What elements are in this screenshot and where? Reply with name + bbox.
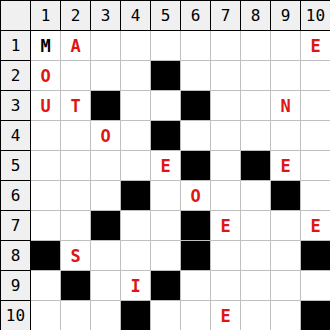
grid-cell-r2c9[interactable] <box>271 61 301 91</box>
grid-cell-r8c5[interactable] <box>151 241 181 271</box>
grid-cell-r5c9[interactable]: E <box>271 151 301 181</box>
grid-cell-r6c2[interactable] <box>61 181 91 211</box>
grid-cell-r9c4[interactable]: I <box>121 271 151 301</box>
block-cell-r2c5 <box>151 61 181 91</box>
grid-cell-r10c7[interactable]: E <box>211 301 241 330</box>
grid-cell-r7c5[interactable] <box>151 211 181 241</box>
grid-cell-r7c8[interactable] <box>241 211 271 241</box>
grid-cell-r8c3[interactable] <box>91 241 121 271</box>
block-cell-r7c3 <box>91 211 121 241</box>
block-cell-r10c10 <box>301 301 330 330</box>
row-header-2: 2 <box>1 61 31 91</box>
block-cell-r6c9 <box>271 181 301 211</box>
grid-cell-r8c4[interactable] <box>121 241 151 271</box>
grid-cell-r1c1[interactable]: M <box>31 31 61 61</box>
block-cell-r9c5 <box>151 271 181 301</box>
grid-cell-r2c6[interactable] <box>181 61 211 91</box>
grid-cell-r1c6[interactable] <box>181 31 211 61</box>
grid-cell-r6c7[interactable] <box>211 181 241 211</box>
grid-cell-r5c1[interactable] <box>31 151 61 181</box>
grid-cell-r1c10[interactable]: E <box>301 31 330 61</box>
col-header-7: 7 <box>211 1 241 31</box>
grid-cell-r4c9[interactable] <box>271 121 301 151</box>
block-cell-r8c6 <box>181 241 211 271</box>
grid-cell-r4c3[interactable]: O <box>91 121 121 151</box>
grid-cell-r4c6[interactable] <box>181 121 211 151</box>
col-header-6: 6 <box>181 1 211 31</box>
grid-cell-r9c1[interactable] <box>31 271 61 301</box>
grid-cell-r10c9[interactable] <box>271 301 301 330</box>
grid-cell-r2c8[interactable] <box>241 61 271 91</box>
grid-cell-r6c8[interactable] <box>241 181 271 211</box>
grid-cell-r2c4[interactable] <box>121 61 151 91</box>
grid-cell-r2c10[interactable] <box>301 61 330 91</box>
grid-cell-r6c6[interactable]: O <box>181 181 211 211</box>
crossword-grid: 123456789101MAE2O3UTN4O5EE6O7EE8S9I10E <box>0 0 330 330</box>
grid-cell-r6c1[interactable] <box>31 181 61 211</box>
grid-cell-r4c1[interactable] <box>31 121 61 151</box>
grid-cell-r7c9[interactable] <box>271 211 301 241</box>
row-header-6: 6 <box>1 181 31 211</box>
grid-cell-r1c4[interactable] <box>121 31 151 61</box>
grid-cell-r9c3[interactable] <box>91 271 121 301</box>
grid-cell-r2c1[interactable]: O <box>31 61 61 91</box>
block-cell-r5c6 <box>181 151 211 181</box>
grid-cell-r3c1[interactable]: U <box>31 91 61 121</box>
grid-cell-r8c9[interactable] <box>271 241 301 271</box>
grid-cell-r5c2[interactable] <box>61 151 91 181</box>
row-header-4: 4 <box>1 121 31 151</box>
row-header-8: 8 <box>1 241 31 271</box>
block-cell-r10c4 <box>121 301 151 330</box>
grid-cell-r2c7[interactable] <box>211 61 241 91</box>
grid-cell-r1c3[interactable] <box>91 31 121 61</box>
corner-cell <box>1 1 31 31</box>
grid-cell-r1c5[interactable] <box>151 31 181 61</box>
grid-cell-r9c6[interactable] <box>181 271 211 301</box>
grid-cell-r8c2[interactable]: S <box>61 241 91 271</box>
grid-cell-r5c4[interactable] <box>121 151 151 181</box>
grid-cell-r3c10[interactable] <box>301 91 330 121</box>
block-cell-r7c6 <box>181 211 211 241</box>
col-header-3: 3 <box>91 1 121 31</box>
grid-cell-r7c7[interactable]: E <box>211 211 241 241</box>
block-cell-r4c5 <box>151 121 181 151</box>
row-header-10: 10 <box>1 301 31 330</box>
col-header-9: 9 <box>271 1 301 31</box>
row-header-5: 5 <box>1 151 31 181</box>
grid-cell-r9c10[interactable] <box>301 271 330 301</box>
grid-cell-r6c10[interactable] <box>301 181 330 211</box>
block-cell-r6c4 <box>121 181 151 211</box>
grid-cell-r2c3[interactable] <box>91 61 121 91</box>
grid-cell-r9c7[interactable] <box>211 271 241 301</box>
grid-cell-r7c2[interactable] <box>61 211 91 241</box>
grid-cell-r10c8[interactable] <box>241 301 271 330</box>
grid-cell-r10c6[interactable] <box>181 301 211 330</box>
grid-cell-r7c1[interactable] <box>31 211 61 241</box>
grid-cell-r10c5[interactable] <box>151 301 181 330</box>
col-header-2: 2 <box>61 1 91 31</box>
grid-cell-r4c4[interactable] <box>121 121 151 151</box>
grid-cell-r1c8[interactable] <box>241 31 271 61</box>
grid-cell-r4c2[interactable] <box>61 121 91 151</box>
grid-cell-r9c8[interactable] <box>241 271 271 301</box>
grid-cell-r1c2[interactable]: A <box>61 31 91 61</box>
row-header-7: 7 <box>1 211 31 241</box>
grid-cell-r6c5[interactable] <box>151 181 181 211</box>
col-header-8: 8 <box>241 1 271 31</box>
block-cell-r3c3 <box>91 91 121 121</box>
block-cell-r9c2 <box>61 271 91 301</box>
grid-cell-r3c7[interactable] <box>211 91 241 121</box>
grid-cell-r8c8[interactable] <box>241 241 271 271</box>
grid-cell-r3c4[interactable] <box>121 91 151 121</box>
grid-cell-r10c2[interactable] <box>61 301 91 330</box>
block-cell-r3c6 <box>181 91 211 121</box>
grid-cell-r7c4[interactable] <box>121 211 151 241</box>
col-header-5: 5 <box>151 1 181 31</box>
grid-cell-r1c9[interactable] <box>271 31 301 61</box>
grid-cell-r3c9[interactable]: N <box>271 91 301 121</box>
row-header-3: 3 <box>1 91 31 121</box>
grid-cell-r4c10[interactable] <box>301 121 330 151</box>
col-header-1: 1 <box>31 1 61 31</box>
grid-cell-r10c3[interactable] <box>91 301 121 330</box>
grid-cell-r4c7[interactable] <box>211 121 241 151</box>
grid-cell-r5c5[interactable]: E <box>151 151 181 181</box>
row-header-9: 9 <box>1 271 31 301</box>
grid-cell-r10c1[interactable] <box>31 301 61 330</box>
grid-cell-r5c3[interactable] <box>91 151 121 181</box>
grid-cell-r3c8[interactable] <box>241 91 271 121</box>
row-header-1: 1 <box>1 31 31 61</box>
block-cell-r5c8 <box>241 151 271 181</box>
block-cell-r8c1 <box>31 241 61 271</box>
col-header-10: 10 <box>301 1 330 31</box>
grid-cell-r4c8[interactable] <box>241 121 271 151</box>
grid-cell-r8c7[interactable] <box>211 241 241 271</box>
grid-cell-r1c7[interactable] <box>211 31 241 61</box>
grid-cell-r7c10[interactable]: E <box>301 211 330 241</box>
grid-cell-r6c3[interactable] <box>91 181 121 211</box>
grid-cell-r3c5[interactable] <box>151 91 181 121</box>
block-cell-r8c10 <box>301 241 330 271</box>
col-header-4: 4 <box>121 1 151 31</box>
grid-cell-r5c10[interactable] <box>301 151 330 181</box>
grid-cell-r9c9[interactable] <box>271 271 301 301</box>
grid-cell-r2c2[interactable] <box>61 61 91 91</box>
grid-cell-r3c2[interactable]: T <box>61 91 91 121</box>
grid-cell-r5c7[interactable] <box>211 151 241 181</box>
